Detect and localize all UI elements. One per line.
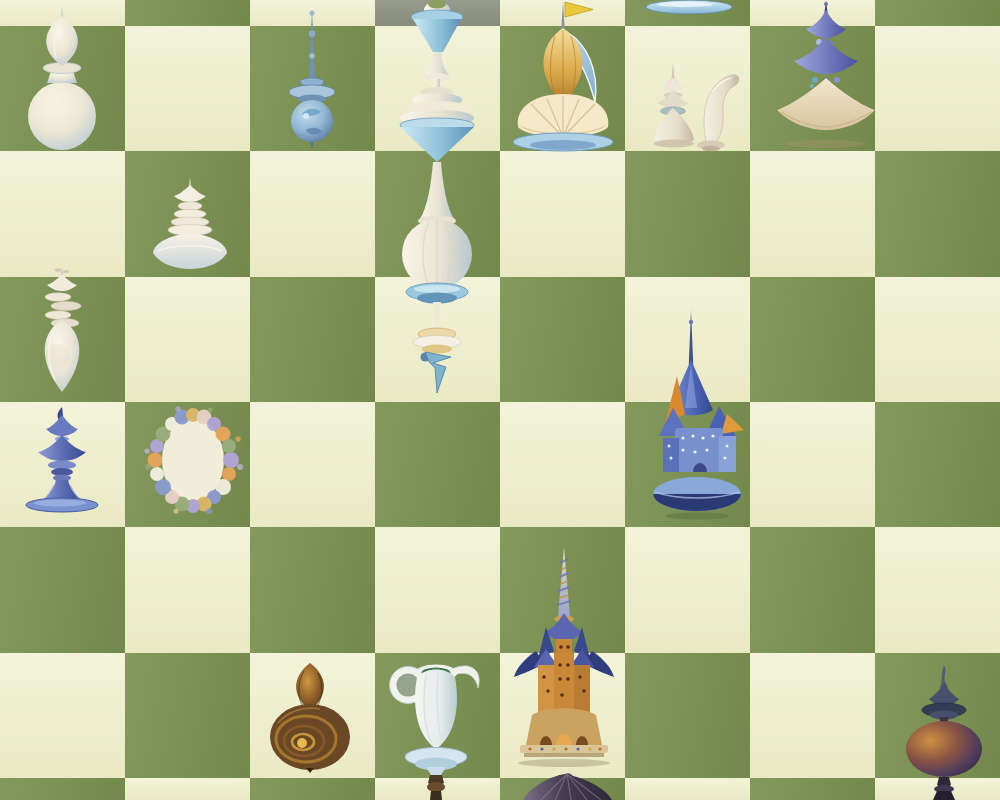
- square-a6[interactable]: [0, 527, 125, 652]
- square-g7[interactable]: [750, 653, 875, 778]
- square-f6[interactable]: [625, 527, 750, 652]
- piece-bronze-onion-c7[interactable]: [266, 661, 354, 773]
- white-tier-tree-artwork: [146, 175, 234, 271]
- square-h4[interactable]: [875, 277, 1000, 402]
- piece-orange-castle-e7[interactable]: [510, 547, 618, 772]
- blue-castle-artwork: [647, 310, 747, 522]
- square-e4[interactable]: [500, 277, 625, 402]
- square-c8[interactable]: [250, 778, 375, 800]
- square-e5[interactable]: [500, 402, 625, 527]
- square-h6[interactable]: [875, 527, 1000, 652]
- piece-golden-shell-e2[interactable]: [507, 0, 619, 152]
- blue-pagoda-artwork: [20, 405, 104, 513]
- white-pitcher-artwork: [388, 653, 480, 800]
- square-g8[interactable]: [750, 778, 875, 800]
- square-c5[interactable]: [250, 402, 375, 527]
- piece-purple-pagoda-g2[interactable]: [767, 0, 885, 150]
- square-g5[interactable]: [750, 402, 875, 527]
- square-c4[interactable]: [250, 277, 375, 402]
- piece-dark-dome-e8[interactable]: [521, 772, 613, 800]
- tall-balancer-artwork: [389, 0, 485, 396]
- square-g3[interactable]: [750, 151, 875, 276]
- square-g4[interactable]: [750, 277, 875, 402]
- square-d6[interactable]: [375, 527, 500, 652]
- square-c6[interactable]: [250, 527, 375, 652]
- square-b8[interactable]: [125, 778, 250, 800]
- square-h3[interactable]: [875, 151, 1000, 276]
- square-b7[interactable]: [125, 653, 250, 778]
- square-c3[interactable]: [250, 151, 375, 276]
- square-f7[interactable]: [625, 653, 750, 778]
- white-onion-artwork: [26, 6, 98, 152]
- dark-dome-artwork: [521, 772, 613, 800]
- plum-finial-artwork: [903, 665, 985, 800]
- square-h1[interactable]: [875, 0, 1000, 26]
- white-spiral-artwork: [25, 264, 99, 400]
- piece-blue-castle-f5[interactable]: [647, 310, 747, 522]
- piece-blue-pagoda-a5[interactable]: [20, 405, 104, 513]
- piece-white-pitcher-d7[interactable]: [388, 653, 480, 800]
- square-g6[interactable]: [750, 527, 875, 652]
- piece-flower-wreath-b5[interactable]: [140, 403, 246, 517]
- square-f3[interactable]: [625, 151, 750, 276]
- square-b6[interactable]: [125, 527, 250, 652]
- square-b1[interactable]: [125, 0, 250, 26]
- square-h5[interactable]: [875, 402, 1000, 527]
- bronze-onion-artwork: [266, 661, 354, 773]
- square-f8[interactable]: [625, 778, 750, 800]
- piece-white-spiral-a4[interactable]: [25, 264, 99, 400]
- piece-tall-balancer-d4[interactable]: [389, 0, 485, 396]
- piece-plum-finial-h7[interactable]: [903, 665, 985, 800]
- piece-blue-finial-c2[interactable]: [288, 4, 336, 150]
- purple-pagoda-artwork: [767, 0, 885, 150]
- piece-white-duo-f2[interactable]: [648, 58, 740, 152]
- piece-white-onion-a2[interactable]: [26, 6, 98, 152]
- square-a3[interactable]: [0, 151, 125, 276]
- flower-wreath-artwork: [140, 403, 246, 517]
- square-a8[interactable]: [0, 778, 125, 800]
- painting-canvas: [0, 0, 1000, 800]
- square-b4[interactable]: [125, 277, 250, 402]
- blue-finial-artwork: [288, 4, 336, 150]
- orange-castle-artwork: [510, 547, 618, 772]
- white-duo-artwork: [648, 58, 740, 152]
- square-e3[interactable]: [500, 151, 625, 276]
- square-d5[interactable]: [375, 402, 500, 527]
- square-b2[interactable]: [125, 26, 250, 151]
- piece-blue-disc-f1[interactable]: [645, 0, 733, 14]
- golden-shell-artwork: [507, 0, 619, 152]
- piece-white-tier-tree-b3[interactable]: [146, 175, 234, 271]
- square-h2[interactable]: [875, 26, 1000, 151]
- blue-disc-artwork: [645, 0, 733, 14]
- square-a7[interactable]: [0, 653, 125, 778]
